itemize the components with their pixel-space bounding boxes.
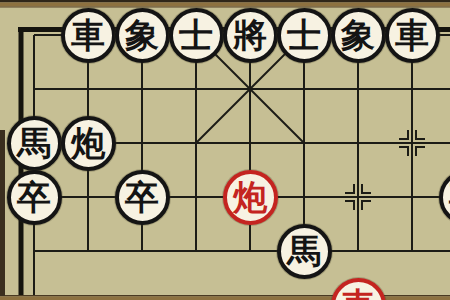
pieces-layer: 車象士將士象車馬炮卒卒炮卒馬車 (7, 8, 450, 300)
piece-glyph: 炮 (233, 181, 267, 215)
piece-glyph: 將 (233, 19, 267, 53)
black-soldier-piece[interactable]: 卒 (439, 170, 450, 225)
black-horse-piece[interactable]: 馬 (7, 116, 62, 171)
black-horse-piece[interactable]: 馬 (277, 224, 332, 279)
xiangqi-board: 車象士將士象車馬炮卒卒炮卒馬車 (0, 0, 450, 300)
piece-glyph: 馬 (287, 235, 321, 269)
piece-glyph: 卒 (17, 181, 51, 215)
black-elephant-piece[interactable]: 象 (331, 8, 386, 63)
black-advisor-piece[interactable]: 士 (169, 8, 224, 63)
black-cannon-piece[interactable]: 炮 (61, 116, 116, 171)
black-soldier-piece[interactable]: 卒 (115, 170, 170, 225)
piece-glyph: 車 (71, 19, 105, 53)
red-chariot-piece[interactable]: 車 (331, 278, 386, 300)
piece-glyph: 炮 (71, 127, 105, 161)
piece-glyph: 象 (341, 19, 375, 53)
piece-glyph: 馬 (17, 127, 51, 161)
piece-glyph: 車 (395, 19, 429, 53)
black-elephant-piece[interactable]: 象 (115, 8, 170, 63)
piece-glyph: 士 (179, 19, 213, 53)
black-chariot-piece[interactable]: 車 (385, 8, 440, 63)
black-chariot-piece[interactable]: 車 (61, 8, 116, 63)
piece-glyph: 車 (341, 289, 375, 300)
red-cannon-piece[interactable]: 炮 (223, 170, 278, 225)
black-general-piece[interactable]: 將 (223, 8, 278, 63)
piece-glyph: 象 (125, 19, 159, 53)
black-advisor-piece[interactable]: 士 (277, 8, 332, 63)
piece-glyph: 卒 (125, 181, 159, 215)
piece-glyph: 士 (287, 19, 321, 53)
black-soldier-piece[interactable]: 卒 (7, 170, 62, 225)
